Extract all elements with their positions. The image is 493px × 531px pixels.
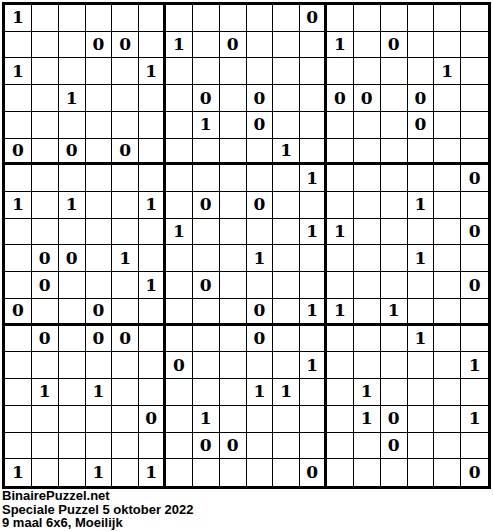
cell-r17c2[interactable]	[32, 433, 59, 460]
cell-r1c7[interactable]	[166, 5, 193, 32]
cell-r17c6[interactable]	[139, 433, 166, 460]
cell-r2c17[interactable]	[434, 32, 461, 59]
cell-r6c1: 0	[5, 139, 32, 166]
cell-r8c16: 1	[408, 192, 435, 219]
cell-r6c13[interactable]	[327, 139, 354, 166]
cell-r13c10: 0	[247, 326, 274, 353]
cell-r14c5[interactable]	[112, 352, 139, 379]
cell-r1c15[interactable]	[381, 5, 408, 32]
cell-r2c10[interactable]	[247, 32, 274, 59]
cell-r13c18[interactable]	[461, 326, 488, 353]
cell-r6c18[interactable]	[461, 139, 488, 166]
site-link[interactable]: BinairePuzzel.net	[2, 489, 491, 503]
cell-r11c10[interactable]	[247, 272, 274, 299]
cell-r3c14[interactable]	[354, 58, 381, 85]
cell-r5c12[interactable]	[300, 112, 327, 139]
cell-r11c2: 0	[32, 272, 59, 299]
cell-r11c5[interactable]	[112, 272, 139, 299]
cell-r15c15[interactable]	[381, 379, 408, 406]
cell-r11c15[interactable]	[381, 272, 408, 299]
cell-r4c5[interactable]	[112, 85, 139, 112]
cell-r11c6: 1	[139, 272, 166, 299]
cell-r5c18[interactable]	[461, 112, 488, 139]
cell-r10c12[interactable]	[300, 245, 327, 272]
cell-r8c3: 1	[59, 192, 86, 219]
cell-r3c13[interactable]	[327, 58, 354, 85]
cell-r2c4: 0	[86, 32, 113, 59]
cell-r7c7[interactable]	[166, 165, 193, 192]
cell-r13c14[interactable]	[354, 326, 381, 353]
cell-r1c6[interactable]	[139, 5, 166, 32]
footer: BinairePuzzel.net Speciale Puzzel 5 okto…	[2, 489, 491, 530]
cell-r15c8[interactable]	[193, 379, 220, 406]
cell-r13c15[interactable]	[381, 326, 408, 353]
cell-r3c3[interactable]	[59, 58, 86, 85]
cell-r5c15[interactable]	[381, 112, 408, 139]
cell-r13c8[interactable]	[193, 326, 220, 353]
cell-r5c2[interactable]	[32, 112, 59, 139]
cell-r8c15[interactable]	[381, 192, 408, 219]
cell-r10c17[interactable]	[434, 245, 461, 272]
cell-r2c13: 1	[327, 32, 354, 59]
cell-r3c11[interactable]	[273, 58, 300, 85]
cell-r8c11[interactable]	[273, 192, 300, 219]
cell-r16c11[interactable]	[273, 406, 300, 433]
cell-r8c17[interactable]	[434, 192, 461, 219]
cell-r16c16[interactable]	[408, 406, 435, 433]
cell-r15c14: 1	[354, 379, 381, 406]
cell-r15c13[interactable]	[327, 379, 354, 406]
cell-r14c10[interactable]	[247, 352, 274, 379]
cell-r9c4[interactable]	[86, 219, 113, 246]
cell-r9c13: 1	[327, 219, 354, 246]
cell-r9c17[interactable]	[434, 219, 461, 246]
cell-r9c3[interactable]	[59, 219, 86, 246]
cell-r7c17[interactable]	[434, 165, 461, 192]
cell-r14c13[interactable]	[327, 352, 354, 379]
cell-r1c13[interactable]	[327, 5, 354, 32]
cell-r5c11[interactable]	[273, 112, 300, 139]
cell-r7c14[interactable]	[354, 165, 381, 192]
cell-r11c8: 0	[193, 272, 220, 299]
cell-r3c9[interactable]	[220, 58, 247, 85]
cell-r11c9[interactable]	[220, 272, 247, 299]
cell-r12c8[interactable]	[193, 299, 220, 326]
cell-r13c1[interactable]	[5, 326, 32, 353]
cell-r16c4[interactable]	[86, 406, 113, 433]
cell-r1c9[interactable]	[220, 5, 247, 32]
cell-r12c5[interactable]	[112, 299, 139, 326]
board: 1000101011110000010000011011100111100011…	[2, 2, 491, 489]
cell-r14c18: 1	[461, 352, 488, 379]
cell-r2c2[interactable]	[32, 32, 59, 59]
cell-r4c6[interactable]	[139, 85, 166, 112]
cell-r14c2[interactable]	[32, 352, 59, 379]
cell-r17c16[interactable]	[408, 433, 435, 460]
cell-r8c4[interactable]	[86, 192, 113, 219]
cell-r18c5[interactable]	[112, 459, 139, 486]
cell-r16c17[interactable]	[434, 406, 461, 433]
cell-r5c1[interactable]	[5, 112, 32, 139]
cell-r17c10[interactable]	[247, 433, 274, 460]
cell-r16c3[interactable]	[59, 406, 86, 433]
cell-r18c15[interactable]	[381, 459, 408, 486]
cell-r12c10: 0	[247, 299, 274, 326]
cell-r4c17[interactable]	[434, 85, 461, 112]
cell-r9c9[interactable]	[220, 219, 247, 246]
cell-r6c8[interactable]	[193, 139, 220, 166]
cell-r15c9[interactable]	[220, 379, 247, 406]
cell-r6c2[interactable]	[32, 139, 59, 166]
cell-r8c10: 0	[247, 192, 274, 219]
cell-r4c14: 0	[354, 85, 381, 112]
cell-r4c9[interactable]	[220, 85, 247, 112]
cell-r3c18[interactable]	[461, 58, 488, 85]
cell-r5c6[interactable]	[139, 112, 166, 139]
cell-r11c4[interactable]	[86, 272, 113, 299]
cell-r6c7[interactable]	[166, 139, 193, 166]
puzzle-page: 1000101011110000010000011011100111100011…	[0, 0, 493, 531]
cell-r14c15[interactable]	[381, 352, 408, 379]
cell-r3c17: 1	[434, 58, 461, 85]
cell-r1c10[interactable]	[247, 5, 274, 32]
cell-r7c13[interactable]	[327, 165, 354, 192]
cell-r4c18[interactable]	[461, 85, 488, 112]
cell-r17c13[interactable]	[327, 433, 354, 460]
cell-r7c16[interactable]	[408, 165, 435, 192]
cell-r9c16[interactable]	[408, 219, 435, 246]
cell-r2c3[interactable]	[59, 32, 86, 59]
cell-r16c1[interactable]	[5, 406, 32, 433]
cell-r1c17[interactable]	[434, 5, 461, 32]
cell-r3c2[interactable]	[32, 58, 59, 85]
cell-r6c11: 1	[273, 139, 300, 166]
cell-r1c4[interactable]	[86, 5, 113, 32]
cell-r15c1[interactable]	[5, 379, 32, 406]
cell-r17c8: 0	[193, 433, 220, 460]
cell-r17c14[interactable]	[354, 433, 381, 460]
cell-r18c8[interactable]	[193, 459, 220, 486]
cell-r5c14[interactable]	[354, 112, 381, 139]
cell-r15c16[interactable]	[408, 379, 435, 406]
cell-r10c18[interactable]	[461, 245, 488, 272]
cell-r12c7[interactable]	[166, 299, 193, 326]
cell-r13c7[interactable]	[166, 326, 193, 353]
cell-r1c3[interactable]	[59, 5, 86, 32]
cell-r1c2[interactable]	[32, 5, 59, 32]
cell-r12c17[interactable]	[434, 299, 461, 326]
cell-r12c1: 0	[5, 299, 32, 326]
cell-r5c17[interactable]	[434, 112, 461, 139]
cell-r6c17[interactable]	[434, 139, 461, 166]
cell-r11c11[interactable]	[273, 272, 300, 299]
cell-r6c15[interactable]	[381, 139, 408, 166]
cell-r11c14[interactable]	[354, 272, 381, 299]
cell-r17c5[interactable]	[112, 433, 139, 460]
cell-r13c9[interactable]	[220, 326, 247, 353]
cell-r12c13: 1	[327, 299, 354, 326]
cell-r1c1: 1	[5, 5, 32, 32]
cell-r16c12[interactable]	[300, 406, 327, 433]
cell-r5c5[interactable]	[112, 112, 139, 139]
cell-r16c18: 1	[461, 406, 488, 433]
cell-r18c13[interactable]	[327, 459, 354, 486]
cell-r10c11[interactable]	[273, 245, 300, 272]
cell-r18c10[interactable]	[247, 459, 274, 486]
cell-r6c4[interactable]	[86, 139, 113, 166]
cell-r18c4: 1	[86, 459, 113, 486]
cell-r2c9: 0	[220, 32, 247, 59]
cell-r18c14[interactable]	[354, 459, 381, 486]
cell-r2c16[interactable]	[408, 32, 435, 59]
cell-r3c12[interactable]	[300, 58, 327, 85]
cell-r9c6[interactable]	[139, 219, 166, 246]
cell-r18c17[interactable]	[434, 459, 461, 486]
cell-r12c4: 0	[86, 299, 113, 326]
cell-r7c4[interactable]	[86, 165, 113, 192]
cell-r12c18[interactable]	[461, 299, 488, 326]
cell-r13c16: 1	[408, 326, 435, 353]
cell-r16c9[interactable]	[220, 406, 247, 433]
cell-r12c16[interactable]	[408, 299, 435, 326]
cell-r17c17[interactable]	[434, 433, 461, 460]
cell-r5c8: 1	[193, 112, 220, 139]
cell-r9c15[interactable]	[381, 219, 408, 246]
cell-r12c9[interactable]	[220, 299, 247, 326]
cell-r1c5[interactable]	[112, 5, 139, 32]
cell-r7c10[interactable]	[247, 165, 274, 192]
cell-r7c12: 1	[300, 165, 327, 192]
cell-r18c9[interactable]	[220, 459, 247, 486]
cell-r11c12[interactable]	[300, 272, 327, 299]
cell-r13c6[interactable]	[139, 326, 166, 353]
cell-r14c17[interactable]	[434, 352, 461, 379]
cell-r5c13[interactable]	[327, 112, 354, 139]
cell-r5c3[interactable]	[59, 112, 86, 139]
cell-r1c18[interactable]	[461, 5, 488, 32]
cell-r13c3[interactable]	[59, 326, 86, 353]
cell-r6c16[interactable]	[408, 139, 435, 166]
cell-r10c1[interactable]	[5, 245, 32, 272]
cell-r2c12[interactable]	[300, 32, 327, 59]
cell-r15c7[interactable]	[166, 379, 193, 406]
cell-r8c13[interactable]	[327, 192, 354, 219]
cell-r15c5[interactable]	[112, 379, 139, 406]
cell-r16c8: 1	[193, 406, 220, 433]
cell-r14c16[interactable]	[408, 352, 435, 379]
puzzle-title: Speciale Puzzel 5 oktober 2022	[2, 503, 491, 517]
cell-r14c4[interactable]	[86, 352, 113, 379]
cell-r2c6[interactable]	[139, 32, 166, 59]
cell-r12c11[interactable]	[273, 299, 300, 326]
cell-r4c15[interactable]	[381, 85, 408, 112]
cell-r13c12[interactable]	[300, 326, 327, 353]
cell-r9c2[interactable]	[32, 219, 59, 246]
cell-r4c2[interactable]	[32, 85, 59, 112]
cell-r15c10: 1	[247, 379, 274, 406]
cell-r8c1: 1	[5, 192, 32, 219]
cell-r3c10[interactable]	[247, 58, 274, 85]
cell-r4c11[interactable]	[273, 85, 300, 112]
cell-r10c15[interactable]	[381, 245, 408, 272]
cell-r9c11[interactable]	[273, 219, 300, 246]
cell-r10c14[interactable]	[354, 245, 381, 272]
cell-r1c14[interactable]	[354, 5, 381, 32]
cell-r18c3[interactable]	[59, 459, 86, 486]
cell-r18c11[interactable]	[273, 459, 300, 486]
cell-r13c11[interactable]	[273, 326, 300, 353]
cell-r5c9[interactable]	[220, 112, 247, 139]
cell-r13c2: 0	[32, 326, 59, 353]
cell-r15c12[interactable]	[300, 379, 327, 406]
cell-r10c5: 1	[112, 245, 139, 272]
cell-r9c5[interactable]	[112, 219, 139, 246]
cell-r12c3[interactable]	[59, 299, 86, 326]
cell-r3c4[interactable]	[86, 58, 113, 85]
cell-r15c17[interactable]	[434, 379, 461, 406]
cell-r2c11[interactable]	[273, 32, 300, 59]
cell-r4c1[interactable]	[5, 85, 32, 112]
cell-r6c12[interactable]	[300, 139, 327, 166]
cell-r4c16: 0	[408, 85, 435, 112]
cell-r18c6: 1	[139, 459, 166, 486]
cell-r9c8[interactable]	[193, 219, 220, 246]
cell-r18c2[interactable]	[32, 459, 59, 486]
cell-r14c14[interactable]	[354, 352, 381, 379]
cell-r17c3[interactable]	[59, 433, 86, 460]
cell-r14c8[interactable]	[193, 352, 220, 379]
cell-r1c11[interactable]	[273, 5, 300, 32]
cell-r10c13[interactable]	[327, 245, 354, 272]
cell-r3c6: 1	[139, 58, 166, 85]
cell-r14c11[interactable]	[273, 352, 300, 379]
cell-r10c8[interactable]	[193, 245, 220, 272]
cell-r15c11: 1	[273, 379, 300, 406]
cell-r8c14[interactable]	[354, 192, 381, 219]
cell-r2c1[interactable]	[5, 32, 32, 59]
cell-r15c18[interactable]	[461, 379, 488, 406]
cell-r11c18: 0	[461, 272, 488, 299]
cell-r2c15: 0	[381, 32, 408, 59]
cell-r1c16[interactable]	[408, 5, 435, 32]
cell-r11c1[interactable]	[5, 272, 32, 299]
cell-r17c12[interactable]	[300, 433, 327, 460]
cell-r10c7[interactable]	[166, 245, 193, 272]
cell-r8c12[interactable]	[300, 192, 327, 219]
cell-r6c6[interactable]	[139, 139, 166, 166]
cell-r13c4: 0	[86, 326, 113, 353]
cell-r5c7[interactable]	[166, 112, 193, 139]
cell-r6c10[interactable]	[247, 139, 274, 166]
cell-r9c14[interactable]	[354, 219, 381, 246]
cell-r12c14[interactable]	[354, 299, 381, 326]
cell-r7c5[interactable]	[112, 165, 139, 192]
cell-r2c7: 1	[166, 32, 193, 59]
cell-r1c12: 0	[300, 5, 327, 32]
cell-r10c9[interactable]	[220, 245, 247, 272]
cell-r16c2[interactable]	[32, 406, 59, 433]
cell-r8c7[interactable]	[166, 192, 193, 219]
cell-r17c7[interactable]	[166, 433, 193, 460]
cell-r12c2[interactable]	[32, 299, 59, 326]
cell-r12c12: 1	[300, 299, 327, 326]
cell-r8c9[interactable]	[220, 192, 247, 219]
cell-r8c2[interactable]	[32, 192, 59, 219]
cell-r4c7[interactable]	[166, 85, 193, 112]
cell-r5c10: 0	[247, 112, 274, 139]
cell-r6c9[interactable]	[220, 139, 247, 166]
cell-r10c4[interactable]	[86, 245, 113, 272]
cell-r18c16[interactable]	[408, 459, 435, 486]
cell-r17c11[interactable]	[273, 433, 300, 460]
cell-r14c1[interactable]	[5, 352, 32, 379]
cell-r8c18[interactable]	[461, 192, 488, 219]
cell-r11c7[interactable]	[166, 272, 193, 299]
cell-r1c8[interactable]	[193, 5, 220, 32]
cell-r2c8[interactable]	[193, 32, 220, 59]
cell-r7c3[interactable]	[59, 165, 86, 192]
cell-r7c8[interactable]	[193, 165, 220, 192]
cell-r7c11[interactable]	[273, 165, 300, 192]
cell-r7c15[interactable]	[381, 165, 408, 192]
cell-r17c1[interactable]	[5, 433, 32, 460]
cell-r14c12: 1	[300, 352, 327, 379]
cell-r17c18[interactable]	[461, 433, 488, 460]
cell-r7c9[interactable]	[220, 165, 247, 192]
cell-r10c6[interactable]	[139, 245, 166, 272]
cell-r15c6[interactable]	[139, 379, 166, 406]
cell-r4c12[interactable]	[300, 85, 327, 112]
cell-r13c17[interactable]	[434, 326, 461, 353]
cell-r14c3[interactable]	[59, 352, 86, 379]
cell-r11c16[interactable]	[408, 272, 435, 299]
cell-r3c16[interactable]	[408, 58, 435, 85]
cell-r13c13[interactable]	[327, 326, 354, 353]
cell-r14c9[interactable]	[220, 352, 247, 379]
cell-r3c5[interactable]	[112, 58, 139, 85]
cell-r16c7[interactable]	[166, 406, 193, 433]
cell-r3c15[interactable]	[381, 58, 408, 85]
cell-r3c7[interactable]	[166, 58, 193, 85]
cell-r7c6[interactable]	[139, 165, 166, 192]
cell-r8c5[interactable]	[112, 192, 139, 219]
cell-r15c2: 1	[32, 379, 59, 406]
cell-r6c14[interactable]	[354, 139, 381, 166]
cell-r18c1: 1	[5, 459, 32, 486]
cell-r11c13[interactable]	[327, 272, 354, 299]
cell-r12c15: 1	[381, 299, 408, 326]
cell-r11c17[interactable]	[434, 272, 461, 299]
cell-r7c1[interactable]	[5, 165, 32, 192]
cell-r14c6[interactable]	[139, 352, 166, 379]
cell-r18c7[interactable]	[166, 459, 193, 486]
cell-r2c18[interactable]	[461, 32, 488, 59]
cell-r16c13[interactable]	[327, 406, 354, 433]
cell-r9c1[interactable]	[5, 219, 32, 246]
cell-r4c4[interactable]	[86, 85, 113, 112]
cell-r16c5[interactable]	[112, 406, 139, 433]
cell-r17c4[interactable]	[86, 433, 113, 460]
cell-r2c14[interactable]	[354, 32, 381, 59]
cell-r5c4[interactable]	[86, 112, 113, 139]
cell-r7c2[interactable]	[32, 165, 59, 192]
cell-r12c6[interactable]	[139, 299, 166, 326]
cell-r3c8[interactable]	[193, 58, 220, 85]
cell-r16c10[interactable]	[247, 406, 274, 433]
cell-r11c3[interactable]	[59, 272, 86, 299]
cell-r15c3[interactable]	[59, 379, 86, 406]
cell-r9c10[interactable]	[247, 219, 274, 246]
